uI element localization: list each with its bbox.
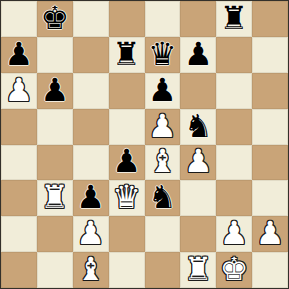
square-f8[interactable] [180, 1, 216, 37]
square-g1[interactable]: ♚ [216, 252, 252, 288]
square-a2[interactable] [1, 216, 37, 252]
white-pawn[interactable]: ♟ [220, 217, 249, 249]
square-a3[interactable] [1, 180, 37, 216]
square-e2[interactable] [145, 216, 181, 252]
white-king[interactable]: ♚ [220, 253, 249, 285]
black-pawn[interactable]: ♟ [148, 74, 177, 106]
black-king[interactable]: ♚ [40, 2, 69, 34]
square-h5[interactable] [252, 109, 288, 145]
square-g6[interactable] [216, 73, 252, 109]
square-c3[interactable]: ♟ [73, 180, 109, 216]
square-e7[interactable]: ♛ [145, 37, 181, 73]
square-g3[interactable] [216, 180, 252, 216]
square-d4[interactable]: ♟ [109, 145, 145, 181]
white-pawn[interactable]: ♟ [184, 145, 213, 177]
square-h7[interactable] [252, 37, 288, 73]
square-d8[interactable] [109, 1, 145, 37]
square-b6[interactable]: ♟ [37, 73, 73, 109]
square-c5[interactable] [73, 109, 109, 145]
white-pawn[interactable]: ♟ [5, 74, 34, 106]
square-f7[interactable]: ♟ [180, 37, 216, 73]
white-rook[interactable]: ♜ [40, 181, 69, 213]
square-a6[interactable]: ♟ [1, 73, 37, 109]
black-pawn[interactable]: ♟ [184, 38, 213, 70]
square-d1[interactable] [109, 252, 145, 288]
white-queen[interactable]: ♛ [112, 181, 141, 213]
square-e1[interactable] [145, 252, 181, 288]
square-d2[interactable] [109, 216, 145, 252]
square-d3[interactable]: ♛ [109, 180, 145, 216]
square-c4[interactable] [73, 145, 109, 181]
square-e8[interactable] [145, 1, 181, 37]
black-rook[interactable]: ♜ [220, 2, 249, 34]
square-b3[interactable]: ♜ [37, 180, 73, 216]
square-h6[interactable] [252, 73, 288, 109]
square-g4[interactable] [216, 145, 252, 181]
square-e4[interactable]: ♝ [145, 145, 181, 181]
square-g8[interactable]: ♜ [216, 1, 252, 37]
white-pawn[interactable]: ♟ [256, 217, 285, 249]
white-bishop[interactable]: ♝ [76, 253, 105, 285]
square-d6[interactable] [109, 73, 145, 109]
black-rook[interactable]: ♜ [112, 38, 141, 70]
chess-board: ♚♜♟♜♛♟♟♟♟♟♞♟♝♟♜♟♛♞♟♟♟♝♜♚ [0, 0, 289, 289]
square-b8[interactable]: ♚ [37, 1, 73, 37]
square-f4[interactable]: ♟ [180, 145, 216, 181]
square-c8[interactable] [73, 1, 109, 37]
chess-board-wrap: ♚♜♟♜♛♟♟♟♟♟♞♟♝♟♜♟♛♞♟♟♟♝♜♚ [0, 0, 289, 289]
square-c7[interactable] [73, 37, 109, 73]
square-f1[interactable]: ♜ [180, 252, 216, 288]
square-d5[interactable] [109, 109, 145, 145]
square-e6[interactable]: ♟ [145, 73, 181, 109]
white-rook[interactable]: ♜ [184, 253, 213, 285]
square-b7[interactable] [37, 37, 73, 73]
black-pawn[interactable]: ♟ [5, 38, 34, 70]
square-a1[interactable] [1, 252, 37, 288]
black-pawn[interactable]: ♟ [76, 181, 105, 213]
square-a5[interactable] [1, 109, 37, 145]
square-b4[interactable] [37, 145, 73, 181]
square-e3[interactable]: ♞ [145, 180, 181, 216]
square-f2[interactable] [180, 216, 216, 252]
square-f3[interactable] [180, 180, 216, 216]
square-a7[interactable]: ♟ [1, 37, 37, 73]
square-h8[interactable] [252, 1, 288, 37]
square-h1[interactable] [252, 252, 288, 288]
black-knight[interactable]: ♞ [184, 110, 213, 142]
square-h4[interactable] [252, 145, 288, 181]
black-queen[interactable]: ♛ [148, 38, 177, 70]
square-c1[interactable]: ♝ [73, 252, 109, 288]
square-b5[interactable] [37, 109, 73, 145]
white-pawn[interactable]: ♟ [148, 110, 177, 142]
black-pawn[interactable]: ♟ [112, 145, 141, 177]
square-g5[interactable] [216, 109, 252, 145]
square-e5[interactable]: ♟ [145, 109, 181, 145]
white-pawn[interactable]: ♟ [76, 217, 105, 249]
white-bishop[interactable]: ♝ [148, 145, 177, 177]
square-g7[interactable] [216, 37, 252, 73]
square-a8[interactable] [1, 1, 37, 37]
square-a4[interactable] [1, 145, 37, 181]
square-c2[interactable]: ♟ [73, 216, 109, 252]
square-b2[interactable] [37, 216, 73, 252]
black-knight[interactable]: ♞ [148, 181, 177, 213]
square-d7[interactable]: ♜ [109, 37, 145, 73]
square-h3[interactable] [252, 180, 288, 216]
square-h2[interactable]: ♟ [252, 216, 288, 252]
square-c6[interactable] [73, 73, 109, 109]
square-f5[interactable]: ♞ [180, 109, 216, 145]
black-pawn[interactable]: ♟ [40, 74, 69, 106]
square-f6[interactable] [180, 73, 216, 109]
square-g2[interactable]: ♟ [216, 216, 252, 252]
square-b1[interactable] [37, 252, 73, 288]
